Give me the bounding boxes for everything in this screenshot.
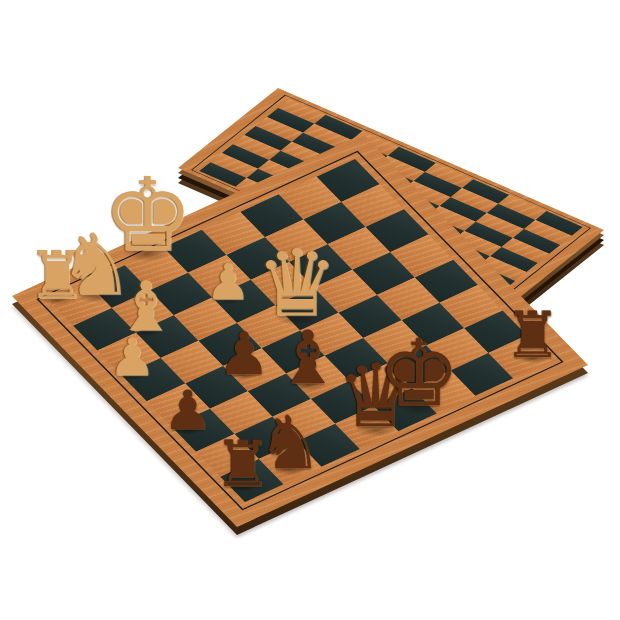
- product-photo-scene: ♜♞♚♝♟♛♟♟♝♟♜♞♛♚♜: [0, 0, 620, 620]
